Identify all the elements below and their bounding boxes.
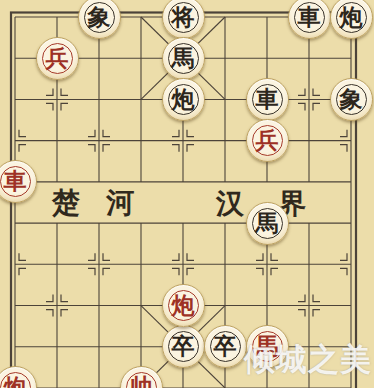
xiangqi-piece-black[interactable]: 卒 — [162, 325, 205, 368]
river-label: 河 — [106, 184, 134, 222]
piece-glyph: 帅 — [130, 375, 153, 388]
piece-glyph: 馬 — [256, 211, 279, 234]
watermark: 倾城之美 — [244, 339, 372, 381]
xiangqi-app: 象将車炮馬炮車象馬卒卒兵兵車炮馬帅炮 倾城之美 楚河汉界 — [0, 0, 374, 388]
xiangqi-piece-black[interactable]: 象 — [78, 0, 121, 39]
piece-ring: 炮 — [168, 84, 199, 115]
piece-glyph: 炮 — [4, 375, 27, 388]
piece-ring: 車 — [0, 166, 31, 197]
xiangqi-piece-black[interactable]: 炮 — [330, 0, 373, 39]
piece-ring: 象 — [84, 2, 115, 33]
xiangqi-piece-black[interactable]: 将 — [162, 0, 205, 39]
piece-ring: 炮 — [0, 372, 31, 388]
piece-ring: 馬 — [252, 208, 283, 239]
xiangqi-piece-red[interactable]: 炮 — [162, 284, 205, 327]
xiangqi-piece-black[interactable]: 車 — [288, 0, 331, 39]
piece-ring: 炮 — [168, 290, 199, 321]
xiangqi-piece-black[interactable]: 炮 — [162, 78, 205, 121]
piece-glyph: 車 — [4, 169, 27, 192]
xiangqi-piece-black[interactable]: 象 — [330, 78, 373, 121]
xiangqi-piece-black[interactable]: 車 — [246, 78, 289, 121]
piece-ring: 帅 — [126, 372, 157, 388]
piece-ring: 兵 — [42, 43, 73, 74]
piece-glyph: 馬 — [172, 46, 195, 69]
piece-glyph: 兵 — [256, 128, 279, 151]
xiangqi-piece-red[interactable]: 兵 — [246, 119, 289, 162]
river-label: 汉 — [216, 185, 244, 223]
piece-glyph: 車 — [256, 87, 279, 110]
piece-ring: 将 — [168, 2, 199, 33]
piece-glyph: 将 — [172, 5, 195, 28]
piece-glyph: 卒 — [214, 334, 237, 357]
piece-glyph: 車 — [298, 5, 321, 28]
piece-glyph: 卒 — [172, 334, 195, 357]
xiangqi-piece-black[interactable]: 馬 — [162, 37, 205, 80]
xiangqi-piece-black[interactable]: 卒 — [204, 325, 247, 368]
piece-ring: 車 — [294, 2, 325, 33]
piece-ring: 馬 — [168, 43, 199, 74]
piece-glyph: 炮 — [172, 293, 195, 316]
piece-ring: 卒 — [168, 331, 199, 362]
piece-ring: 卒 — [210, 331, 241, 362]
xiangqi-piece-red[interactable]: 兵 — [36, 37, 79, 80]
xiangqi-piece-black[interactable]: 馬 — [246, 202, 289, 245]
piece-ring: 象 — [336, 84, 367, 115]
river-label: 楚 — [52, 184, 80, 222]
piece-ring: 炮 — [336, 2, 367, 33]
piece-glyph: 炮 — [340, 5, 363, 28]
piece-ring: 車 — [252, 84, 283, 115]
piece-glyph: 象 — [88, 5, 111, 28]
piece-glyph: 象 — [340, 87, 363, 110]
piece-glyph: 兵 — [46, 46, 69, 69]
piece-ring: 兵 — [252, 125, 283, 156]
piece-glyph: 炮 — [172, 87, 195, 110]
